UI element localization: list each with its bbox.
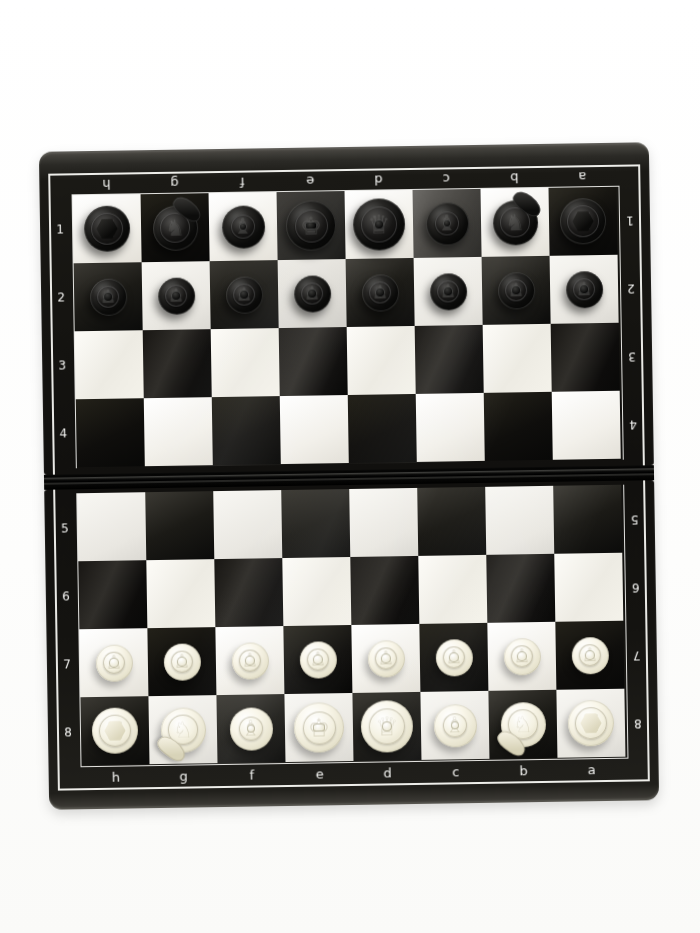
square-b2: ♟ (482, 256, 551, 325)
square-e3 (279, 327, 348, 396)
knight-glyph: ♘ (160, 707, 206, 753)
square-c4 (416, 393, 485, 462)
square-h7: ♙ (79, 628, 148, 697)
square-d6 (350, 556, 419, 625)
queen-glyph: ♛ (353, 198, 406, 251)
square-c7: ♙ (419, 623, 488, 692)
square-f1: ♝ (209, 192, 278, 261)
square-h8: ♖ (80, 696, 149, 765)
pawn-glyph: ♟ (293, 275, 331, 313)
square-e7: ♙ (283, 625, 352, 694)
square-a5 (553, 485, 622, 554)
square-d4 (348, 394, 417, 463)
file-label-bottom-e: e (286, 764, 354, 785)
square-f5 (213, 490, 282, 559)
rank-label-left-1: 1 (49, 195, 72, 263)
rank-labels-upper-left: 1234 (49, 195, 75, 467)
file-label-bottom-h: h (82, 767, 150, 788)
square-g1: ♞ (141, 193, 210, 262)
pawn-glyph: ♙ (95, 644, 133, 682)
pawn-glyph: ♙ (299, 641, 337, 679)
square-e1: ♚ (277, 191, 346, 260)
file-label-top-h: h (72, 173, 140, 194)
black-bishop-c1: ♝ (425, 202, 469, 246)
black-pawn-h2: ♟ (89, 278, 127, 316)
square-g3 (143, 329, 212, 398)
file-label-bottom-c: c (422, 762, 490, 783)
pawn-glyph: ♙ (163, 643, 201, 681)
square-a6 (554, 553, 623, 622)
square-b8: ♘ (488, 690, 557, 759)
file-label-top-g: g (140, 172, 208, 193)
square-f4 (212, 396, 281, 465)
chess-board: hgfedcba 1234 1234 ♜♞♝♚♛♝♞♜♟♟♟♟♟♟♟♟ ♙♙♙♙… (39, 142, 659, 810)
square-g7: ♙ (147, 627, 216, 696)
pawn-glyph: ♟ (225, 276, 263, 314)
square-f2: ♟ (210, 260, 279, 329)
rook-glyph: ♖ (92, 707, 139, 754)
square-e5 (281, 489, 350, 558)
square-b4 (484, 392, 553, 461)
white-pawn-a7: ♙ (571, 636, 609, 674)
white-pawn-c7: ♙ (435, 639, 473, 677)
file-label-top-d: d (344, 169, 412, 190)
square-a4 (552, 391, 621, 460)
white-knight-b8: ♘ (500, 701, 546, 747)
rook-glyph: ♖ (568, 700, 615, 747)
rank-label-right-4: 4 (622, 390, 645, 458)
square-g2: ♟ (142, 261, 211, 330)
square-b6 (486, 554, 555, 623)
rank-labels-lower-right: 5678 (623, 485, 649, 757)
black-pawn-b2: ♟ (497, 272, 535, 310)
knight-glyph: ♘ (500, 701, 546, 747)
pawn-glyph: ♟ (429, 273, 467, 311)
rank-label-right-2: 2 (620, 254, 643, 322)
square-c8: ♗ (420, 691, 489, 760)
product-photo: hgfedcba 1234 1234 ♜♞♝♚♛♝♞♜♟♟♟♟♟♟♟♟ ♙♙♙♙… (0, 0, 700, 933)
square-f6 (214, 558, 283, 627)
white-knight-g8: ♘ (160, 707, 206, 753)
square-d8: ♕ (352, 692, 421, 761)
square-e2: ♟ (278, 259, 347, 328)
pawn-glyph: ♟ (361, 274, 399, 312)
square-g6 (146, 559, 215, 628)
bishop-glyph: ♝ (425, 202, 469, 246)
rank-label-right-6: 6 (624, 553, 647, 621)
knight-glyph: ♞ (152, 205, 198, 251)
white-king-e8: ♔ (294, 702, 345, 753)
rank-label-left-2: 2 (50, 263, 73, 331)
queen-glyph: ♕ (361, 700, 414, 753)
rank-label-left-6: 6 (54, 562, 77, 630)
black-king-e1: ♚ (286, 200, 337, 251)
black-pawn-c2: ♟ (429, 273, 467, 311)
board-upper-fold: hgfedcba 1234 1234 ♜♞♝♚♛♝♞♜♟♟♟♟♟♟♟♟ (39, 142, 654, 475)
white-rook-a8: ♖ (568, 700, 615, 747)
white-pawn-h7: ♙ (95, 644, 133, 682)
square-e8: ♔ (284, 693, 353, 762)
file-label-top-b: b (480, 167, 548, 188)
square-c5 (417, 487, 486, 556)
file-label-bottom-a: a (557, 760, 625, 781)
squares-ranks-1-4: ♜♞♝♚♛♝♞♜♟♟♟♟♟♟♟♟ (72, 186, 624, 469)
square-a1: ♜ (548, 187, 617, 256)
square-h4 (76, 398, 145, 467)
square-d3 (347, 326, 416, 395)
file-label-top-a: a (548, 166, 616, 187)
rank-label-left-3: 3 (51, 331, 74, 399)
pawn-glyph: ♙ (571, 636, 609, 674)
square-d2: ♟ (346, 258, 415, 327)
black-pawn-g2: ♟ (157, 277, 195, 315)
squares-ranks-5-8: ♙♙♙♙♙♙♙♙♖♘♗♔♕♗♘♖ (76, 485, 628, 768)
rank-label-right-3: 3 (621, 322, 644, 390)
board-lower-fold: ♙♙♙♙♙♙♙♙♖♘♗♔♕♗♘♖ 5678 5678 hgfedcba (44, 480, 659, 810)
pawn-glyph: ♟ (497, 272, 535, 310)
square-g5 (145, 491, 214, 560)
square-h1: ♜ (73, 194, 142, 263)
black-pawn-f2: ♟ (225, 276, 263, 314)
pawn-glyph: ♟ (565, 270, 603, 308)
pawn-glyph: ♟ (89, 278, 127, 316)
black-bishop-f1: ♝ (221, 205, 265, 249)
file-label-bottom-d: d (354, 763, 422, 784)
square-c1: ♝ (413, 189, 482, 258)
rank-label-left-5: 5 (53, 494, 76, 562)
rank-label-left-4: 4 (52, 399, 75, 467)
bishop-glyph: ♗ (229, 707, 273, 751)
square-b7: ♙ (487, 622, 556, 691)
bishop-glyph: ♗ (433, 704, 477, 748)
square-h3 (75, 330, 144, 399)
file-label-top-e: e (276, 170, 344, 191)
square-e4 (280, 395, 349, 464)
square-h2: ♟ (74, 262, 143, 331)
white-bishop-f8: ♗ (229, 707, 273, 751)
black-rook-a1: ♜ (560, 198, 607, 245)
black-knight-b1: ♞ (492, 200, 538, 246)
square-g8: ♘ (148, 695, 217, 764)
square-d1: ♛ (345, 190, 414, 259)
black-queen-d1: ♛ (353, 198, 406, 251)
pawn-glyph: ♙ (231, 642, 269, 680)
black-pawn-d2: ♟ (361, 274, 399, 312)
white-pawn-f7: ♙ (231, 642, 269, 680)
square-a2: ♟ (550, 255, 619, 324)
black-pawn-e2: ♟ (293, 275, 331, 313)
king-glyph: ♚ (286, 200, 337, 251)
black-rook-h1: ♜ (84, 205, 131, 252)
white-pawn-g7: ♙ (163, 643, 201, 681)
square-a7: ♙ (555, 621, 624, 690)
pawn-glyph: ♙ (367, 640, 405, 678)
square-e6 (282, 557, 351, 626)
file-label-bottom-g: g (150, 766, 218, 787)
square-b1: ♞ (481, 188, 550, 257)
rank-label-right-5: 5 (623, 485, 646, 553)
rook-glyph: ♜ (84, 205, 131, 252)
white-pawn-d7: ♙ (367, 640, 405, 678)
black-knight-g1: ♞ (152, 205, 198, 251)
white-pawn-e7: ♙ (299, 641, 337, 679)
king-glyph: ♔ (294, 702, 345, 753)
square-c6 (418, 555, 487, 624)
square-b3 (483, 324, 552, 393)
black-pawn-a2: ♟ (565, 270, 603, 308)
rank-label-right-1: 1 (618, 186, 641, 254)
rank-labels-lower-left: 5678 (53, 494, 79, 766)
rank-label-left-7: 7 (55, 630, 78, 698)
white-pawn-b7: ♙ (503, 638, 541, 676)
square-f7: ♙ (215, 626, 284, 695)
pawn-glyph: ♙ (435, 639, 473, 677)
rank-label-right-7: 7 (625, 621, 648, 689)
square-c2: ♟ (414, 257, 483, 326)
white-queen-d8: ♕ (361, 700, 414, 753)
rank-label-right-8: 8 (626, 689, 649, 757)
rook-glyph: ♜ (560, 198, 607, 245)
square-f8: ♗ (216, 694, 285, 763)
square-b5 (485, 486, 554, 555)
square-d5 (349, 488, 418, 557)
white-rook-h8: ♖ (92, 707, 139, 754)
knight-glyph: ♞ (492, 200, 538, 246)
square-c3 (415, 325, 484, 394)
square-h6 (78, 560, 147, 629)
pawn-glyph: ♙ (503, 638, 541, 676)
pawn-glyph: ♟ (157, 277, 195, 315)
file-label-top-f: f (208, 171, 276, 192)
file-label-top-c: c (412, 168, 480, 189)
square-g4 (144, 397, 213, 466)
file-label-bottom-b: b (490, 761, 558, 782)
bishop-glyph: ♝ (221, 205, 265, 249)
file-label-bottom-f: f (218, 765, 286, 786)
square-d7: ♙ (351, 624, 420, 693)
rank-label-left-8: 8 (56, 698, 79, 766)
white-bishop-c8: ♗ (433, 704, 477, 748)
square-f3 (211, 328, 280, 397)
square-a3 (551, 323, 620, 392)
square-a8: ♖ (556, 689, 625, 758)
square-h5 (77, 492, 146, 561)
